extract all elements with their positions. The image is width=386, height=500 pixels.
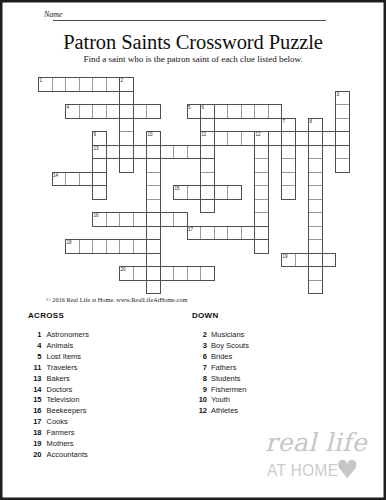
down-header: DOWN bbox=[192, 311, 249, 320]
grid-cell[interactable] bbox=[133, 239, 148, 254]
grid-cell[interactable] bbox=[214, 226, 229, 241]
clue-item-number: 4 bbox=[28, 341, 42, 352]
grid-cell[interactable] bbox=[106, 239, 121, 254]
grid-cell[interactable] bbox=[119, 266, 134, 281]
clue-item: 15Television bbox=[28, 395, 89, 406]
worksheet-page: Name Patron Saints Crossword Puzzle Find… bbox=[0, 0, 386, 500]
clue-item-number: 18 bbox=[28, 428, 42, 439]
clue-item-number: 12 bbox=[192, 406, 207, 417]
grid-cell[interactable] bbox=[133, 266, 148, 281]
clue-item-number: 7 bbox=[192, 363, 207, 374]
grid-cell[interactable] bbox=[335, 145, 350, 160]
grid-cell[interactable] bbox=[200, 266, 215, 281]
grid-cell[interactable] bbox=[133, 145, 148, 160]
grid-cell[interactable] bbox=[146, 185, 161, 200]
grid-cell[interactable] bbox=[308, 253, 323, 268]
grid-cell[interactable] bbox=[335, 91, 350, 106]
page-subtitle: Find a saint who is the patron saint of … bbox=[0, 54, 386, 64]
grid-cell[interactable] bbox=[187, 266, 202, 281]
crossword-grid: 1451113141516171819202367891012 bbox=[38, 77, 349, 293]
grid-cell[interactable] bbox=[119, 145, 134, 160]
grid-cell[interactable] bbox=[335, 104, 350, 119]
grid-cell[interactable] bbox=[119, 118, 134, 133]
grid-cell[interactable] bbox=[79, 77, 94, 92]
clue-item-text: Fishermen bbox=[211, 385, 246, 396]
grid-cell[interactable] bbox=[92, 131, 107, 146]
grid-cell[interactable] bbox=[214, 104, 229, 119]
grid-cell[interactable] bbox=[146, 145, 161, 160]
clue-item-number: 6 bbox=[192, 352, 207, 363]
clue-item: 16Beekeepers bbox=[28, 406, 89, 417]
grid-cell[interactable] bbox=[52, 172, 67, 187]
clue-item-text: Farmers bbox=[47, 428, 75, 439]
grid-cell[interactable] bbox=[281, 131, 296, 146]
clue-item: 17Cooks bbox=[28, 417, 89, 428]
across-clue-list: 1Astronomers4Animals5Lost Items11Travele… bbox=[28, 330, 89, 461]
clue-item: 18Farmers bbox=[28, 428, 89, 439]
grid-cell[interactable] bbox=[133, 104, 148, 119]
grid-cell[interactable] bbox=[65, 77, 80, 92]
grid-cell[interactable] bbox=[160, 145, 175, 160]
grid-cell[interactable] bbox=[254, 104, 269, 119]
grid-cell[interactable] bbox=[308, 212, 323, 227]
clue-item-number: 14 bbox=[28, 385, 42, 396]
grid-cell[interactable] bbox=[214, 185, 229, 200]
grid-cell[interactable] bbox=[79, 239, 94, 254]
grid-cell[interactable] bbox=[146, 239, 161, 254]
grid-cell[interactable] bbox=[335, 118, 350, 133]
grid-cell[interactable] bbox=[119, 91, 134, 106]
grid-cell[interactable] bbox=[268, 104, 283, 119]
grid-cell[interactable] bbox=[119, 212, 134, 227]
grid-cell[interactable] bbox=[106, 212, 121, 227]
grid-cell[interactable] bbox=[92, 158, 107, 173]
grid-cell[interactable] bbox=[281, 253, 296, 268]
grid-cell[interactable] bbox=[308, 118, 323, 133]
clue-item: 13Bakers bbox=[28, 374, 89, 385]
clue-item-text: Astronomers bbox=[47, 330, 90, 341]
grid-cell[interactable] bbox=[92, 172, 107, 187]
clue-item: 4Animals bbox=[28, 341, 89, 352]
grid-cell[interactable] bbox=[160, 266, 175, 281]
clue-item: 3Boy Scouts bbox=[192, 341, 249, 352]
grid-cell[interactable] bbox=[322, 253, 337, 268]
clue-item-number: 11 bbox=[28, 363, 42, 374]
page-title: Patron Saints Crossword Puzzle bbox=[0, 31, 386, 54]
grid-cell[interactable] bbox=[308, 226, 323, 241]
clue-item-number: 1 bbox=[28, 330, 42, 341]
grid-cell[interactable] bbox=[308, 199, 323, 214]
grid-cell[interactable] bbox=[38, 77, 53, 92]
grid-cell[interactable] bbox=[200, 172, 215, 187]
grid-cell[interactable] bbox=[106, 104, 121, 119]
clue-item-number: 17 bbox=[28, 417, 42, 428]
grid-cell[interactable] bbox=[214, 131, 229, 146]
grid-cell[interactable] bbox=[335, 131, 350, 146]
grid-cell[interactable] bbox=[200, 131, 215, 146]
grid-cell[interactable] bbox=[146, 266, 161, 281]
grid-cell[interactable] bbox=[65, 104, 80, 119]
name-line[interactable] bbox=[53, 19, 326, 21]
grid-cell[interactable] bbox=[146, 199, 161, 214]
grid-cell[interactable] bbox=[173, 212, 188, 227]
clue-item-number: 3 bbox=[192, 341, 207, 352]
heart-icon: ♥ bbox=[336, 455, 358, 484]
grid-cell[interactable] bbox=[187, 185, 202, 200]
grid-cell[interactable] bbox=[79, 104, 94, 119]
grid-cell[interactable] bbox=[308, 185, 323, 200]
clue-item: 9Fishermen bbox=[192, 385, 249, 396]
grid-cell[interactable] bbox=[254, 199, 269, 214]
grid-cell[interactable] bbox=[92, 145, 107, 160]
clue-item-text: Bakers bbox=[47, 374, 70, 385]
grid-cell[interactable] bbox=[146, 280, 161, 295]
clue-item: 7Fathers bbox=[192, 363, 249, 374]
grid-cell[interactable] bbox=[187, 226, 202, 241]
clue-item-number: 2 bbox=[192, 330, 207, 341]
clue-item-text: Athletes bbox=[211, 406, 238, 417]
grid-cell[interactable] bbox=[308, 158, 323, 173]
grid-cell[interactable] bbox=[308, 172, 323, 187]
grid-cell[interactable] bbox=[119, 131, 134, 146]
clue-item-text: Students bbox=[211, 374, 241, 385]
grid-cell[interactable] bbox=[65, 172, 80, 187]
grid-cell[interactable] bbox=[92, 239, 107, 254]
clue-item-number: 20 bbox=[28, 450, 42, 461]
grid-cell[interactable] bbox=[106, 145, 121, 160]
grid-cell[interactable] bbox=[173, 145, 188, 160]
clue-item: 10Youth bbox=[192, 395, 249, 406]
grid-cell[interactable] bbox=[119, 239, 134, 254]
grid-cell[interactable] bbox=[200, 158, 215, 173]
clue-item: 14Doctors bbox=[28, 385, 89, 396]
grid-cell[interactable] bbox=[295, 131, 310, 146]
logo-real-life: real life bbox=[265, 428, 367, 457]
across-header: ACROSS bbox=[28, 311, 89, 320]
grid-cell[interactable] bbox=[254, 158, 269, 173]
grid-cell[interactable] bbox=[268, 131, 283, 146]
grid-cell[interactable] bbox=[227, 104, 242, 119]
grid-cell[interactable] bbox=[106, 77, 121, 92]
clue-item-text: Travelers bbox=[47, 363, 78, 374]
clue-item-text: Doctors bbox=[47, 385, 73, 396]
grid-cell[interactable] bbox=[308, 131, 323, 146]
grid-cell[interactable] bbox=[281, 118, 296, 133]
grid-cell[interactable] bbox=[133, 212, 148, 227]
clue-item-text: Fathers bbox=[211, 363, 236, 374]
down-clue-list: 2Musicians3Boy Scouts6Brides7Fathers8Stu… bbox=[192, 330, 249, 417]
grid-cell[interactable] bbox=[254, 145, 269, 160]
across-clues-column: ACROSS 1Astronomers4Animals5Lost Items11… bbox=[28, 311, 89, 461]
clue-item: 8Students bbox=[192, 374, 249, 385]
grid-cell[interactable] bbox=[281, 158, 296, 173]
clue-item-number: 15 bbox=[28, 395, 42, 406]
grid-cell[interactable] bbox=[92, 77, 107, 92]
grid-cell[interactable] bbox=[146, 226, 161, 241]
grid-cell[interactable] bbox=[92, 185, 107, 200]
clue-item-text: Mothers bbox=[47, 439, 74, 450]
grid-cell[interactable] bbox=[92, 104, 107, 119]
logo-at-home: AT HOME bbox=[267, 461, 338, 481]
clue-item-number: 13 bbox=[28, 374, 42, 385]
grid-cell[interactable] bbox=[227, 226, 242, 241]
grid-cell[interactable] bbox=[308, 239, 323, 254]
clue-item-number: 19 bbox=[28, 439, 42, 450]
grid-cell[interactable] bbox=[281, 185, 296, 200]
clue-item-text: Cooks bbox=[47, 417, 68, 428]
grid-cell[interactable] bbox=[335, 158, 350, 173]
grid-cell[interactable] bbox=[146, 212, 161, 227]
grid-cell[interactable] bbox=[187, 145, 202, 160]
clue-item-text: Musicians bbox=[211, 330, 244, 341]
clue-item-text: Animals bbox=[47, 341, 74, 352]
grid-cell[interactable] bbox=[241, 104, 256, 119]
copyright-text: © 2016 Real Life at Home. www.RealLifeAt… bbox=[46, 296, 187, 303]
grid-cell[interactable] bbox=[52, 77, 67, 92]
clue-item-text: Brides bbox=[211, 352, 232, 363]
grid-cell[interactable] bbox=[308, 145, 323, 160]
grid-cell[interactable] bbox=[281, 172, 296, 187]
grid-cell[interactable] bbox=[65, 239, 80, 254]
clue-item-text: Television bbox=[47, 395, 80, 406]
clue-item-number: 10 bbox=[192, 395, 207, 406]
clue-item-text: Youth bbox=[211, 395, 230, 406]
clue-item: 11Travelers bbox=[28, 363, 89, 374]
clue-item: 2Musicians bbox=[192, 330, 249, 341]
grid-cell[interactable] bbox=[254, 185, 269, 200]
clue-item: 1Astronomers bbox=[28, 330, 89, 341]
grid-cell[interactable] bbox=[173, 266, 188, 281]
grid-cell[interactable] bbox=[119, 104, 134, 119]
clue-item: 12Athletes bbox=[192, 406, 249, 417]
grid-cell[interactable] bbox=[254, 226, 269, 241]
clue-item: 20Accountants bbox=[28, 450, 89, 461]
grid-cell[interactable] bbox=[254, 172, 269, 187]
grid-cell[interactable] bbox=[254, 239, 269, 254]
clue-item-number: 8 bbox=[192, 374, 207, 385]
grid-cell[interactable] bbox=[281, 145, 296, 160]
grid-cell[interactable] bbox=[119, 158, 134, 173]
clue-item-number: 5 bbox=[28, 352, 42, 363]
clue-item-number: 9 bbox=[192, 385, 207, 396]
clue-item-text: Boy Scouts bbox=[211, 341, 249, 352]
grid-cell[interactable] bbox=[160, 212, 175, 227]
grid-cell[interactable] bbox=[200, 118, 215, 133]
grid-cell[interactable] bbox=[227, 185, 242, 200]
grid-cell[interactable] bbox=[146, 172, 161, 187]
grid-cell[interactable] bbox=[79, 172, 94, 187]
down-clues-column: DOWN 2Musicians3Boy Scouts6Brides7Father… bbox=[192, 311, 249, 417]
grid-cell[interactable] bbox=[92, 212, 107, 227]
grid-cell[interactable] bbox=[146, 104, 161, 119]
grid-cell[interactable] bbox=[146, 253, 161, 268]
grid-cell[interactable] bbox=[308, 266, 323, 281]
grid-cell[interactable] bbox=[308, 280, 323, 295]
grid-cell[interactable] bbox=[200, 199, 215, 214]
grid-cell[interactable] bbox=[146, 158, 161, 173]
grid-cell[interactable] bbox=[187, 104, 202, 119]
grid-cell[interactable] bbox=[200, 145, 215, 160]
grid-cell[interactable] bbox=[254, 131, 269, 146]
grid-cell[interactable] bbox=[322, 131, 337, 146]
grid-cell[interactable] bbox=[200, 185, 215, 200]
grid-cell[interactable] bbox=[200, 226, 215, 241]
clue-item: 5Lost Items bbox=[28, 352, 89, 363]
grid-cell[interactable] bbox=[254, 212, 269, 227]
clue-item: 19Mothers bbox=[28, 439, 89, 450]
grid-cell[interactable] bbox=[119, 77, 134, 92]
grid-cell[interactable] bbox=[227, 131, 242, 146]
grid-cell[interactable] bbox=[146, 131, 161, 146]
grid-cell[interactable] bbox=[241, 226, 256, 241]
clue-item: 6Brides bbox=[192, 352, 249, 363]
clue-item-text: Accountants bbox=[47, 450, 88, 461]
clue-item-number: 16 bbox=[28, 406, 42, 417]
grid-cell[interactable] bbox=[241, 131, 256, 146]
grid-cell[interactable] bbox=[295, 253, 310, 268]
clue-item-text: Beekeepers bbox=[47, 406, 87, 417]
grid-cell[interactable] bbox=[200, 104, 215, 119]
clue-item-text: Lost Items bbox=[47, 352, 82, 363]
grid-cell[interactable] bbox=[173, 185, 188, 200]
